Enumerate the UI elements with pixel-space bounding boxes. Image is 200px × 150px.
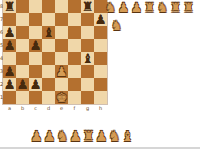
square-e8[interactable] [55, 0, 68, 13]
square-g4[interactable]: ♝ [81, 52, 94, 65]
square-c5[interactable]: ♟ [29, 39, 42, 52]
file-label-g: g [81, 104, 94, 112]
tray-top-piece-pawn-2[interactable]: ♟ [130, 0, 143, 15]
square-c8[interactable] [29, 0, 42, 13]
tray-top-piece-knight-0[interactable]: ♞ [104, 0, 117, 15]
file-label-h: h [94, 104, 107, 112]
square-h5[interactable] [94, 39, 107, 52]
window-bottom-edge [0, 147, 200, 149]
square-c7[interactable] [29, 13, 42, 26]
square-b7[interactable] [16, 13, 29, 26]
piece-black-pawn-a2[interactable]: ♟ [4, 78, 16, 91]
square-f1[interactable] [68, 91, 81, 104]
file-labels: abcdefgh [3, 104, 107, 112]
tray-top-piece-pawn-1[interactable]: ♟ [117, 0, 130, 15]
square-a1[interactable] [3, 91, 16, 104]
square-b4[interactable] [16, 52, 29, 65]
square-b6[interactable] [16, 26, 29, 39]
square-g6[interactable] [81, 26, 94, 39]
tray-bottom-piece-bishop-7[interactable]: ♝ [121, 127, 134, 145]
tray-bottom-piece-rook-4[interactable]: ♜ [82, 127, 95, 145]
square-a5[interactable]: ♟ [3, 39, 16, 52]
square-g8[interactable]: ♜ [81, 0, 94, 13]
square-g3[interactable] [81, 65, 94, 78]
file-label-a: a [3, 104, 16, 112]
square-d1[interactable] [42, 91, 55, 104]
square-f4[interactable] [68, 52, 81, 65]
piece-white-pawn-e3[interactable]: ♟ [56, 65, 68, 78]
square-e5[interactable] [55, 39, 68, 52]
square-d2[interactable] [42, 78, 55, 91]
square-e7[interactable] [55, 13, 68, 26]
tray-bottom-piece-pawn-5[interactable]: ♟ [95, 127, 108, 145]
square-e6[interactable] [55, 26, 68, 39]
square-d8[interactable] [42, 0, 55, 13]
square-g7[interactable] [81, 13, 94, 26]
square-f3[interactable] [68, 65, 81, 78]
tray-top-piece-rook-5[interactable]: ♜ [169, 0, 182, 15]
square-a8[interactable]: ♜ [3, 0, 16, 13]
chess-board[interactable]: ♜♜♟♟♝♟♟♝♟♟♟♟♟♚ [3, 0, 107, 104]
square-c2[interactable]: ♟ [29, 78, 42, 91]
square-f7[interactable] [68, 13, 81, 26]
square-e3[interactable]: ♟ [55, 65, 68, 78]
square-h1[interactable] [94, 91, 107, 104]
square-e1[interactable]: ♚ [55, 91, 68, 104]
square-h2[interactable] [94, 78, 107, 91]
square-g1[interactable] [81, 91, 94, 104]
square-b1[interactable] [16, 91, 29, 104]
tray-bottom-piece-pawn-0[interactable]: ♟ [30, 127, 43, 145]
piece-black-pawn-c5[interactable]: ♟ [30, 39, 42, 52]
tray-top-piece-rook-3[interactable]: ♜ [143, 0, 156, 15]
tray-bottom-piece-knight-2[interactable]: ♞ [56, 127, 69, 145]
square-h3[interactable] [94, 65, 107, 78]
square-d3[interactable] [42, 65, 55, 78]
piece-black-rook-a8[interactable]: ♜ [4, 0, 16, 13]
file-label-f: f [68, 104, 81, 112]
piece-black-bishop-g4[interactable]: ♝ [82, 52, 94, 65]
file-label-d: d [42, 104, 55, 112]
square-c4[interactable] [29, 52, 42, 65]
square-d6[interactable]: ♝ [42, 26, 55, 39]
piece-black-pawn-c2[interactable]: ♟ [30, 78, 42, 91]
file-label-b: b [16, 104, 29, 112]
tray-bottom-piece-pawn-1[interactable]: ♟ [43, 127, 56, 145]
tray-bottom-piece-knight-6[interactable]: ♞ [108, 127, 121, 145]
square-g2[interactable] [81, 78, 94, 91]
square-h4[interactable] [94, 52, 107, 65]
square-b2[interactable]: ♟ [16, 78, 29, 91]
square-f6[interactable] [68, 26, 81, 39]
square-d4[interactable] [42, 52, 55, 65]
tray-bottom-piece-pawn-3[interactable]: ♟ [69, 127, 82, 145]
square-a2[interactable]: ♟ [3, 78, 16, 91]
piece-black-rook-g8[interactable]: ♜ [82, 0, 94, 13]
square-d5[interactable] [42, 39, 55, 52]
piece-black-pawn-a5[interactable]: ♟ [4, 39, 16, 52]
captured-tray-top-row1[interactable]: ♞♟♟♜♞♜♜ [104, 0, 195, 15]
piece-white-king-e1[interactable]: ♚ [56, 91, 68, 104]
piece-black-bishop-d6[interactable]: ♝ [43, 26, 55, 39]
square-b5[interactable] [16, 39, 29, 52]
file-label-c: c [29, 104, 42, 112]
piece-black-pawn-b2[interactable]: ♟ [17, 78, 29, 91]
captured-tray-bottom[interactable]: ♟♟♞♟♜♟♞♝ [30, 127, 134, 145]
tray-top-piece-rook-6[interactable]: ♜ [182, 0, 195, 15]
captured-tray-top-row2[interactable]: ♞ [110, 15, 123, 34]
square-c1[interactable] [29, 91, 42, 104]
square-f5[interactable] [68, 39, 81, 52]
tray-top2-piece-knight-0[interactable]: ♞ [110, 18, 123, 33]
chess-setup-screen: 87654321 ♜♜♟♟♝♟♟♝♟♟♟♟♟♚ abcdefgh ♞♟♟♜♞♜♜… [0, 0, 200, 150]
square-b8[interactable] [16, 0, 29, 13]
square-h6[interactable] [94, 26, 107, 39]
file-label-e: e [55, 104, 68, 112]
square-f2[interactable] [68, 78, 81, 91]
square-f8[interactable] [68, 0, 81, 13]
tray-top-piece-knight-4[interactable]: ♞ [156, 0, 169, 15]
